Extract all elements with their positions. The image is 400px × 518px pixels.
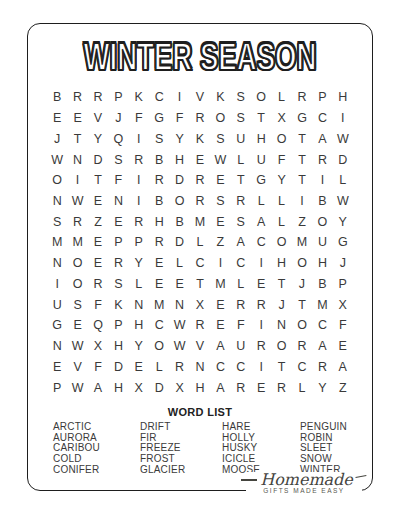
grid-cell: Y [312,377,332,398]
grid-cell: O [292,315,312,336]
grid-cell: R [67,87,87,108]
grid-cell: O [210,108,230,129]
grid-cell: S [231,211,251,232]
grid-cell: M [292,232,312,253]
word-list-column: HAREHOLLYHUSKYICICLEMOOSE [222,422,300,476]
grid-cell: R [292,336,312,357]
grid-cell: O [47,170,67,191]
grid-cell: E [210,294,230,315]
grid-cell: Q [108,128,128,149]
grid-cell: F [231,315,251,336]
grid-cell: T [88,170,108,191]
grid-cell: D [88,149,108,170]
word-list-column: ARCTICAURORACARIBOUCOLDCONIFER [53,422,140,476]
grid-cell: F [271,149,291,170]
grid-cell: E [67,108,87,129]
grid-cell: M [47,232,67,253]
grid-cell: B [47,87,67,108]
grid-cell: Z [333,377,353,398]
grid-cell: A [251,211,271,232]
grid-cell: N [271,315,291,336]
grid-cell: J [108,108,128,129]
grid-cell: Y [129,253,149,274]
grid-cell: C [251,232,271,253]
grid-cell: T [292,170,312,191]
grid-cell: F [129,108,149,129]
worksheet: WINTER SEASON BRRPKCIVKSOLRPHEEVJFGFROST… [0,0,400,518]
grid-cell: Y [333,211,353,232]
grid-cell: E [169,274,189,295]
grid-cell: O [67,253,87,274]
grid-cell: P [108,87,128,108]
grid-cell: X [129,377,149,398]
grid-cell: J [47,128,67,149]
grid-cell: R [251,294,271,315]
grid-cell: E [251,377,271,398]
page-title: WINTER SEASON [16,34,384,79]
grid-cell: Z [292,211,312,232]
grid-cell: N [129,294,149,315]
grid-cell: P [47,377,67,398]
grid-cell: K [129,87,149,108]
grid-cell: Y [169,128,189,149]
grid-cell: J [333,253,353,274]
grid-cell: S [231,108,251,129]
grid-cell: G [292,108,312,129]
grid-cell: C [149,87,169,108]
grid-cell: T [231,170,251,191]
grid-cell: I [169,87,189,108]
word-search-grid: BRRPKCIVKSOLRPHEEVJFGFROSTXGCIJTYQISYKSU… [47,87,353,398]
grid-cell: C [312,315,332,336]
grid-cell: L [129,274,149,295]
grid-cell: N [108,191,128,212]
grid-cell: E [333,336,353,357]
grid-cell: E [210,315,230,336]
grid-cell: R [190,170,210,191]
grid-cell: Z [210,232,230,253]
grid-cell: A [210,377,230,398]
grid-cell: S [108,274,128,295]
grid-cell: E [149,253,169,274]
grid-cell: R [271,377,291,398]
grid-cell: N [47,191,67,212]
grid-cell: I [312,170,332,191]
grid-cell: E [88,232,108,253]
grid-cell: K [190,128,210,149]
logo-left-line [241,479,257,480]
grid-cell: H [108,377,128,398]
grid-cell: R [312,357,332,378]
grid-cell: U [231,336,251,357]
grid-cell: B [149,191,169,212]
grid-cell: E [149,274,169,295]
grid-cell: F [88,294,108,315]
grid-cell: N [67,149,87,170]
grid-cell: G [149,108,169,129]
grid-cell: U [47,294,67,315]
grid-cell: V [190,336,210,357]
grid-cell: A [231,232,251,253]
grid-cell: R [231,191,251,212]
grid-cell: F [333,315,353,336]
grid-cell: L [271,87,291,108]
grid-cell: W [169,315,189,336]
grid-cell: L [251,191,271,212]
grid-cell: H [108,336,128,357]
grid-cell: S [108,149,128,170]
grid-cell: I [47,274,67,295]
grid-cell: O [149,336,169,357]
grid-cell: S [47,211,67,232]
grid-cell: S [210,191,230,212]
grid-cell: A [312,336,332,357]
grid-cell: U [251,149,271,170]
grid-cell: N [47,336,67,357]
grid-cell: S [210,128,230,149]
grid-cell: M [67,232,87,253]
grid-cell: B [169,211,189,232]
grid-cell: H [333,87,353,108]
grid-cell: A [210,336,230,357]
grid-cell: A [333,357,353,378]
grid-cell: H [190,377,210,398]
grid-cell: P [333,274,353,295]
grid-cell: P [129,232,149,253]
grid-cell: O [271,128,291,149]
grid-cell: R [251,336,271,357]
grid-cell: R [149,232,169,253]
grid-cell: R [108,253,128,274]
grid-cell: R [88,87,108,108]
grid-cell: G [251,170,271,191]
grid-cell: V [190,87,210,108]
grid-cell: P [108,315,128,336]
grid-cell: M [210,274,230,295]
grid-cell: K [210,87,230,108]
grid-cell: R [231,377,251,398]
grid-cell: N [47,253,67,274]
grid-cell: J [271,294,291,315]
grid-cell: O [169,191,189,212]
grid-cell: O [251,87,271,108]
grid-cell: G [333,232,353,253]
grid-cell: R [129,211,149,232]
grid-cell: D [108,357,128,378]
grid-cell: T [292,294,312,315]
grid-cell: N [169,294,189,315]
grid-cell: M [190,211,210,232]
grid-cell: O [292,253,312,274]
word-list-item: CONIFER [53,465,140,476]
grid-cell: R [292,87,312,108]
grid-cell: D [149,377,169,398]
grid-cell: Y [88,128,108,149]
grid-cell: S [149,128,169,149]
grid-cell: B [312,191,332,212]
grid-cell: W [333,128,353,149]
grid-cell: W [67,336,87,357]
grid-cell: I [333,108,353,129]
grid-cell: T [271,357,291,378]
grid-cell: I [129,191,149,212]
grid-cell: U [312,232,332,253]
grid-cell: D [333,149,353,170]
word-list-item: GLACIER [140,465,222,476]
grid-cell: R [129,149,149,170]
grid-cell: E [108,211,128,232]
grid-cell: H [312,253,332,274]
grid-cell: H [169,149,189,170]
grid-cell: L [149,357,169,378]
word-list-header: WORD LIST [0,406,400,418]
grid-cell: K [108,294,128,315]
grid-cell: E [190,149,210,170]
grid-cell: R [169,357,189,378]
grid-cell: W [47,149,67,170]
grid-cell: H [149,211,169,232]
grid-cell: Z [88,211,108,232]
grid-cell: F [88,357,108,378]
grid-cell: Y [271,170,291,191]
grid-cell: M [149,294,169,315]
grid-cell: I [129,170,149,191]
grid-cell: I [210,253,230,274]
word-list: ARCTICAURORACARIBOUCOLDCONIFERDRIFTFIRFR… [53,422,347,476]
grid-cell: I [251,357,271,378]
grid-cell: I [251,315,271,336]
grid-cell: H [271,253,291,274]
grid-cell: E [129,357,149,378]
grid-cell: L [231,149,251,170]
grid-cell: L [292,377,312,398]
grid-cell: I [292,191,312,212]
grid-cell: R [231,294,251,315]
grid-cell: E [251,274,271,295]
brand-logo: Homemade GIFTS MADE EASY [246,472,362,504]
grid-cell: G [47,315,67,336]
grid-cell: C [231,357,251,378]
grid-cell: E [88,253,108,274]
grid-cell: T [292,128,312,149]
grid-cell: E [47,108,67,129]
grid-cell: W [210,149,230,170]
grid-cell: L [333,170,353,191]
grid-cell: U [231,128,251,149]
grid-cell: E [210,211,230,232]
grid-cell: L [271,211,291,232]
grid-cell: T [251,108,271,129]
grid-cell: R [312,149,332,170]
grid-cell: E [67,315,87,336]
grid-cell: F [169,108,189,129]
word-list-column: PENGUINROBINSLEETSNOWWINTER [300,422,347,476]
brand-name: Homemade [257,472,356,488]
grid-cell: S [231,87,251,108]
grid-cell: X [88,336,108,357]
grid-cell: R [190,315,210,336]
grid-cell: Q [88,315,108,336]
grid-cell: W [333,191,353,212]
brand-tagline: GIFTS MADE EASY [263,487,344,494]
word-list-column: DRIFTFIRFREEZEFROSTGLACIER [140,422,222,476]
grid-cell: L [190,232,210,253]
grid-cell: R [88,274,108,295]
grid-cell: L [169,253,189,274]
grid-cell: L [271,191,291,212]
grid-cell: Y [129,336,149,357]
grid-cell: C [210,357,230,378]
grid-cell: R [67,211,87,232]
grid-cell: T [190,274,210,295]
grid-cell: C [292,357,312,378]
grid-cell: O [67,274,87,295]
grid-cell: X [169,377,189,398]
grid-cell: B [312,274,332,295]
grid-cell: R [190,191,210,212]
grid-cell: W [67,191,87,212]
grid-cell: O [312,211,332,232]
grid-cell: E [88,191,108,212]
grid-cell: H [251,128,271,149]
grid-cell: M [312,294,332,315]
grid-cell: C [231,253,251,274]
grid-cell: C [149,315,169,336]
grid-cell: L [231,274,251,295]
grid-cell: A [88,377,108,398]
grid-cell: D [169,232,189,253]
grid-cell: C [190,253,210,274]
grid-cell: E [210,170,230,191]
grid-cell: O [271,336,291,357]
grid-cell: N [190,357,210,378]
grid-cell: S [67,294,87,315]
grid-cell: C [312,108,332,129]
grid-cell: P [108,232,128,253]
grid-cell: X [190,294,210,315]
grid-cell: J [292,274,312,295]
grid-cell: R [190,108,210,129]
grid-cell: P [312,87,332,108]
grid-cell: R [149,170,169,191]
grid-cell: V [88,108,108,129]
grid-cell: T [67,128,87,149]
grid-cell: B [149,149,169,170]
grid-cell: D [169,170,189,191]
grid-cell: O [271,232,291,253]
grid-cell: A [312,128,332,149]
grid-cell: X [271,108,291,129]
grid-cell: E [47,357,67,378]
grid-cell: X [333,294,353,315]
grid-cell: I [251,253,271,274]
grid-cell: T [292,149,312,170]
grid-cell: T [271,274,291,295]
grid-cell: W [169,336,189,357]
grid-cell: I [67,170,87,191]
grid-cell: I [129,128,149,149]
grid-cell: V [67,357,87,378]
grid-cell: H [129,315,149,336]
grid-cell: W [67,377,87,398]
grid-cell: F [108,170,128,191]
